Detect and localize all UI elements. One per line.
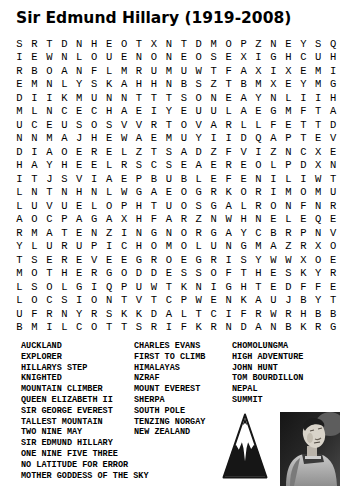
grid-cell-r9c5[interactable]: E	[72, 145, 87, 159]
grid-cell-r2c21[interactable]: U	[311, 51, 326, 65]
grid-cell-r11c22[interactable]: T	[326, 172, 341, 186]
grid-cell-r11c8[interactable]: E	[117, 172, 132, 186]
grid-cell-r14c12[interactable]: R	[176, 213, 191, 227]
grid-cell-r6c1[interactable]: M	[12, 105, 27, 119]
grid-cell-r1c15[interactable]: O	[221, 37, 236, 51]
grid-cell-r4c14[interactable]: Z	[206, 78, 221, 92]
grid-cell-r7c3[interactable]: E	[42, 118, 57, 132]
grid-cell-r18c5[interactable]: E	[72, 267, 87, 281]
grid-cell-r12c21[interactable]: M	[311, 186, 326, 200]
grid-cell-r13c4[interactable]: U	[57, 199, 72, 213]
grid-cell-r6c14[interactable]: U	[206, 105, 221, 119]
grid-cell-r5c18[interactable]: N	[266, 91, 281, 105]
grid-cell-r2c18[interactable]: G	[266, 51, 281, 65]
grid-cell-r13c8[interactable]: P	[117, 199, 132, 213]
grid-cell-r5c5[interactable]: M	[72, 91, 87, 105]
grid-cell-r20c3[interactable]: C	[42, 294, 57, 308]
grid-cell-r16c21[interactable]: X	[311, 240, 326, 254]
grid-cell-r7c12[interactable]: O	[176, 118, 191, 132]
grid-cell-r3c19[interactable]: X	[281, 64, 296, 78]
grid-cell-r6c2[interactable]: L	[27, 105, 42, 119]
grid-cell-r17c7[interactable]: E	[102, 253, 117, 267]
grid-cell-r15c14[interactable]: G	[206, 226, 221, 240]
grid-cell-r1c16[interactable]: P	[236, 37, 251, 51]
grid-cell-r11c9[interactable]: P	[132, 172, 147, 186]
grid-cell-r18c10[interactable]: D	[146, 267, 161, 281]
grid-cell-r21c13[interactable]: T	[191, 307, 206, 321]
grid-cell-r9c1[interactable]: D	[12, 145, 27, 159]
grid-cell-r22c7[interactable]: T	[102, 321, 117, 335]
grid-cell-r15c21[interactable]: N	[311, 226, 326, 240]
grid-cell-r15c4[interactable]: T	[57, 226, 72, 240]
grid-cell-r18c6[interactable]: R	[87, 267, 102, 281]
grid-cell-r21c19[interactable]: R	[281, 307, 296, 321]
grid-cell-r15c22[interactable]: V	[326, 226, 341, 240]
grid-cell-r12c18[interactable]: I	[266, 186, 281, 200]
grid-cell-r22c14[interactable]: R	[206, 321, 221, 335]
grid-cell-r14c1[interactable]: A	[12, 213, 27, 227]
grid-cell-r8c7[interactable]: E	[102, 132, 117, 146]
grid-cell-r19c2[interactable]: S	[27, 280, 42, 294]
grid-cell-r20c1[interactable]: L	[12, 294, 27, 308]
grid-cell-r13c13[interactable]: S	[191, 199, 206, 213]
grid-cell-r10c11[interactable]: S	[161, 159, 176, 173]
grid-cell-r8c10[interactable]: E	[146, 132, 161, 146]
grid-cell-r5c1[interactable]: D	[12, 91, 27, 105]
grid-cell-r18c4[interactable]: H	[57, 267, 72, 281]
grid-cell-r1c8[interactable]: O	[117, 37, 132, 51]
grid-cell-r8c22[interactable]: V	[326, 132, 341, 146]
grid-cell-r22c15[interactable]: N	[221, 321, 236, 335]
grid-cell-r2c4[interactable]: N	[57, 51, 72, 65]
grid-cell-r4c2[interactable]: M	[27, 78, 42, 92]
grid-cell-r4c22[interactable]: G	[326, 78, 341, 92]
grid-cell-r3c4[interactable]: A	[57, 64, 72, 78]
grid-cell-r7c11[interactable]: T	[161, 118, 176, 132]
grid-cell-r10c17[interactable]: O	[251, 159, 266, 173]
grid-cell-r9c20[interactable]: C	[296, 145, 311, 159]
grid-cell-r3c20[interactable]: E	[296, 64, 311, 78]
grid-cell-r13c1[interactable]: L	[12, 199, 27, 213]
grid-cell-r17c15[interactable]: I	[221, 253, 236, 267]
grid-cell-r15c18[interactable]: B	[266, 226, 281, 240]
grid-cell-r8c13[interactable]: Y	[191, 132, 206, 146]
grid-cell-r6c19[interactable]: M	[281, 105, 296, 119]
grid-cell-r10c21[interactable]: X	[311, 159, 326, 173]
grid-cell-r10c3[interactable]: Y	[42, 159, 57, 173]
grid-cell-r2c5[interactable]: L	[72, 51, 87, 65]
grid-cell-r4c21[interactable]: M	[311, 78, 326, 92]
grid-cell-r10c14[interactable]: E	[206, 159, 221, 173]
grid-cell-r8c19[interactable]: P	[281, 132, 296, 146]
grid-cell-r10c15[interactable]: R	[221, 159, 236, 173]
grid-cell-r17c22[interactable]: E	[326, 253, 341, 267]
grid-cell-r15c10[interactable]: G	[146, 226, 161, 240]
grid-cell-r4c3[interactable]: N	[42, 78, 57, 92]
grid-cell-r3c18[interactable]: I	[266, 64, 281, 78]
grid-cell-r6c8[interactable]: A	[117, 105, 132, 119]
grid-cell-r3c13[interactable]: W	[191, 64, 206, 78]
grid-cell-r16c13[interactable]: L	[191, 240, 206, 254]
grid-cell-r17c5[interactable]: E	[72, 253, 87, 267]
grid-cell-r8c9[interactable]: A	[132, 132, 147, 146]
grid-cell-r18c18[interactable]: E	[266, 267, 281, 281]
grid-cell-r2c3[interactable]: W	[42, 51, 57, 65]
grid-cell-r5c20[interactable]: I	[296, 91, 311, 105]
grid-cell-r1c22[interactable]: Q	[326, 37, 341, 51]
grid-cell-r7c21[interactable]: T	[311, 118, 326, 132]
grid-cell-r11c13[interactable]: L	[191, 172, 206, 186]
grid-cell-r12c14[interactable]: R	[206, 186, 221, 200]
grid-cell-r4c19[interactable]: E	[281, 78, 296, 92]
grid-cell-r7c14[interactable]: A	[206, 118, 221, 132]
grid-cell-r2c10[interactable]: O	[146, 51, 161, 65]
grid-cell-r22c21[interactable]: R	[311, 321, 326, 335]
grid-cell-r13c12[interactable]: O	[176, 199, 191, 213]
grid-cell-r15c13[interactable]: R	[191, 226, 206, 240]
grid-cell-r17c8[interactable]: E	[117, 253, 132, 267]
grid-cell-r18c15[interactable]: F	[221, 267, 236, 281]
grid-cell-r7c6[interactable]: O	[87, 118, 102, 132]
grid-cell-r1c5[interactable]: N	[72, 37, 87, 51]
grid-cell-r22c9[interactable]: S	[132, 321, 147, 335]
grid-cell-r16c2[interactable]: L	[27, 240, 42, 254]
grid-cell-r5c14[interactable]: N	[206, 91, 221, 105]
grid-cell-r2c15[interactable]: E	[221, 51, 236, 65]
grid-cell-r20c22[interactable]: T	[326, 294, 341, 308]
grid-cell-r19c11[interactable]: T	[161, 280, 176, 294]
grid-cell-r18c7[interactable]: G	[102, 267, 117, 281]
grid-cell-r9c19[interactable]: N	[281, 145, 296, 159]
grid-cell-r17c3[interactable]: E	[42, 253, 57, 267]
grid-cell-r11c14[interactable]: E	[206, 172, 221, 186]
grid-cell-r19c8[interactable]: P	[117, 280, 132, 294]
grid-cell-r1c2[interactable]: R	[27, 37, 42, 51]
grid-cell-r19c19[interactable]: D	[281, 280, 296, 294]
grid-cell-r3c8[interactable]: M	[117, 64, 132, 78]
grid-cell-r11c1[interactable]: I	[12, 172, 27, 186]
grid-cell-r16c12[interactable]: O	[176, 240, 191, 254]
grid-cell-r5c3[interactable]: I	[42, 91, 57, 105]
grid-cell-r20c14[interactable]: E	[206, 294, 221, 308]
grid-cell-r17c12[interactable]: E	[176, 253, 191, 267]
grid-cell-r13c19[interactable]: N	[281, 199, 296, 213]
grid-cell-r18c1[interactable]: M	[12, 267, 27, 281]
grid-cell-r15c5[interactable]: E	[72, 226, 87, 240]
grid-cell-r13c14[interactable]: G	[206, 199, 221, 213]
grid-cell-r12c13[interactable]: G	[191, 186, 206, 200]
grid-cell-r22c10[interactable]: R	[146, 321, 161, 335]
grid-cell-r22c22[interactable]: G	[326, 321, 341, 335]
grid-cell-r6c13[interactable]: U	[191, 105, 206, 119]
grid-cell-r21c6[interactable]: R	[87, 307, 102, 321]
grid-cell-r13c3[interactable]: V	[42, 199, 57, 213]
grid-cell-r16c11[interactable]: M	[161, 240, 176, 254]
grid-cell-r20c13[interactable]: W	[191, 294, 206, 308]
grid-cell-r3c6[interactable]: F	[87, 64, 102, 78]
grid-cell-r14c13[interactable]: Z	[191, 213, 206, 227]
grid-cell-r10c9[interactable]: S	[132, 159, 147, 173]
grid-cell-r15c11[interactable]: N	[161, 226, 176, 240]
grid-cell-r16c3[interactable]: U	[42, 240, 57, 254]
grid-cell-r18c14[interactable]: O	[206, 267, 221, 281]
grid-cell-r4c10[interactable]: H	[146, 78, 161, 92]
grid-cell-r10c22[interactable]: N	[326, 159, 341, 173]
grid-cell-r3c16[interactable]: A	[236, 64, 251, 78]
grid-cell-r19c14[interactable]: I	[206, 280, 221, 294]
grid-cell-r17c18[interactable]: W	[266, 253, 281, 267]
grid-cell-r7c7[interactable]: S	[102, 118, 117, 132]
grid-cell-r16c9[interactable]: H	[132, 240, 147, 254]
grid-cell-r11c21[interactable]: W	[311, 172, 326, 186]
grid-cell-r6c7[interactable]: H	[102, 105, 117, 119]
grid-cell-r2c16[interactable]: X	[236, 51, 251, 65]
grid-cell-r1c1[interactable]: S	[12, 37, 27, 51]
grid-cell-r17c1[interactable]: T	[12, 253, 27, 267]
grid-cell-r16c6[interactable]: P	[87, 240, 102, 254]
grid-cell-r7c22[interactable]: D	[326, 118, 341, 132]
grid-cell-r21c18[interactable]: W	[266, 307, 281, 321]
grid-cell-r16c5[interactable]: U	[72, 240, 87, 254]
grid-cell-r11c6[interactable]: I	[87, 172, 102, 186]
grid-cell-r20c10[interactable]: T	[146, 294, 161, 308]
grid-cell-r7c13[interactable]: V	[191, 118, 206, 132]
grid-cell-r17c17[interactable]: Y	[251, 253, 266, 267]
grid-cell-r2c12[interactable]: E	[176, 51, 191, 65]
grid-cell-r6c20[interactable]: F	[296, 105, 311, 119]
grid-cell-r22c1[interactable]: B	[12, 321, 27, 335]
grid-cell-r12c22[interactable]: U	[326, 186, 341, 200]
grid-cell-r18c12[interactable]: S	[176, 267, 191, 281]
grid-cell-r21c20[interactable]: H	[296, 307, 311, 321]
grid-cell-r3c12[interactable]: U	[176, 64, 191, 78]
grid-cell-r14c9[interactable]: H	[132, 213, 147, 227]
grid-cell-r2c11[interactable]: N	[161, 51, 176, 65]
grid-cell-r10c19[interactable]: P	[281, 159, 296, 173]
grid-cell-r21c17[interactable]: R	[251, 307, 266, 321]
grid-cell-r6c4[interactable]: C	[57, 105, 72, 119]
grid-cell-r7c5[interactable]: S	[72, 118, 87, 132]
grid-cell-r4c18[interactable]: X	[266, 78, 281, 92]
grid-cell-r21c7[interactable]: S	[102, 307, 117, 321]
grid-cell-r13c17[interactable]: R	[251, 199, 266, 213]
grid-cell-r19c4[interactable]: L	[57, 280, 72, 294]
grid-cell-r16c10[interactable]: O	[146, 240, 161, 254]
grid-cell-r14c14[interactable]: N	[206, 213, 221, 227]
grid-cell-r3c22[interactable]: I	[326, 64, 341, 78]
grid-cell-r21c4[interactable]: N	[57, 307, 72, 321]
grid-cell-r13c15[interactable]: A	[221, 199, 236, 213]
grid-cell-r14c17[interactable]: N	[251, 213, 266, 227]
grid-cell-r9c17[interactable]: I	[251, 145, 266, 159]
grid-cell-r14c16[interactable]: H	[236, 213, 251, 227]
grid-cell-r4c6[interactable]: S	[87, 78, 102, 92]
grid-cell-r1c20[interactable]: Y	[296, 37, 311, 51]
grid-cell-r10c13[interactable]: A	[191, 159, 206, 173]
grid-cell-r11c20[interactable]: I	[296, 172, 311, 186]
grid-cell-r2c6[interactable]: O	[87, 51, 102, 65]
grid-cell-r16c4[interactable]: R	[57, 240, 72, 254]
grid-cell-r6c22[interactable]: A	[326, 105, 341, 119]
grid-cell-r9c13[interactable]: D	[191, 145, 206, 159]
grid-cell-r8c20[interactable]: T	[296, 132, 311, 146]
grid-cell-r11c19[interactable]: L	[281, 172, 296, 186]
grid-cell-r12c7[interactable]: L	[102, 186, 117, 200]
grid-cell-r19c1[interactable]: L	[12, 280, 27, 294]
grid-cell-r17c11[interactable]: O	[161, 253, 176, 267]
grid-cell-r1c6[interactable]: H	[87, 37, 102, 51]
grid-cell-r12c11[interactable]: E	[161, 186, 176, 200]
grid-cell-r10c12[interactable]: E	[176, 159, 191, 173]
grid-cell-r13c6[interactable]: L	[87, 199, 102, 213]
grid-cell-r14c5[interactable]: A	[72, 213, 87, 227]
grid-cell-r13c22[interactable]: R	[326, 199, 341, 213]
grid-cell-r20c8[interactable]: T	[117, 294, 132, 308]
grid-cell-r9c8[interactable]: L	[117, 145, 132, 159]
grid-cell-r4c9[interactable]: H	[132, 78, 147, 92]
grid-cell-r21c11[interactable]: A	[161, 307, 176, 321]
grid-cell-r11c5[interactable]: V	[72, 172, 87, 186]
grid-cell-r9c11[interactable]: S	[161, 145, 176, 159]
grid-cell-r21c15[interactable]: I	[221, 307, 236, 321]
grid-cell-r21c14[interactable]: C	[206, 307, 221, 321]
grid-cell-r12c8[interactable]: W	[117, 186, 132, 200]
grid-cell-r16c1[interactable]: Y	[12, 240, 27, 254]
grid-cell-r13c16[interactable]: L	[236, 199, 251, 213]
grid-cell-r7c10[interactable]: R	[146, 118, 161, 132]
grid-cell-r1c7[interactable]: E	[102, 37, 117, 51]
grid-cell-r1c21[interactable]: S	[311, 37, 326, 51]
grid-cell-r14c4[interactable]: P	[57, 213, 72, 227]
grid-cell-r19c5[interactable]: G	[72, 280, 87, 294]
grid-cell-r17c10[interactable]: R	[146, 253, 161, 267]
grid-cell-r17c4[interactable]: R	[57, 253, 72, 267]
grid-cell-r15c19[interactable]: R	[281, 226, 296, 240]
grid-cell-r15c3[interactable]: A	[42, 226, 57, 240]
grid-cell-r19c12[interactable]: K	[176, 280, 191, 294]
grid-cell-r8c21[interactable]: E	[311, 132, 326, 146]
grid-cell-r21c10[interactable]: D	[146, 307, 161, 321]
grid-cell-r11c15[interactable]: F	[221, 172, 236, 186]
grid-cell-r20c18[interactable]: U	[266, 294, 281, 308]
grid-cell-r18c16[interactable]: T	[236, 267, 251, 281]
grid-cell-r16c18[interactable]: A	[266, 240, 281, 254]
grid-cell-r16c20[interactable]: R	[296, 240, 311, 254]
grid-cell-r21c16[interactable]: F	[236, 307, 251, 321]
grid-cell-r5c15[interactable]: E	[221, 91, 236, 105]
grid-cell-r20c21[interactable]: Y	[311, 294, 326, 308]
grid-cell-r12c15[interactable]: K	[221, 186, 236, 200]
grid-cell-r5c13[interactable]: O	[191, 91, 206, 105]
grid-cell-r22c20[interactable]: K	[296, 321, 311, 335]
grid-cell-r11c17[interactable]: N	[251, 172, 266, 186]
grid-cell-r21c22[interactable]: B	[326, 307, 341, 321]
grid-cell-r22c18[interactable]: N	[266, 321, 281, 335]
grid-cell-r22c16[interactable]: D	[236, 321, 251, 335]
grid-cell-r11c12[interactable]: B	[176, 172, 191, 186]
grid-cell-r16c14[interactable]: U	[206, 240, 221, 254]
grid-cell-r12c5[interactable]: H	[72, 186, 87, 200]
grid-cell-r7c18[interactable]: F	[266, 118, 281, 132]
grid-cell-r9c22[interactable]: E	[326, 145, 341, 159]
grid-cell-r1c9[interactable]: T	[132, 37, 147, 51]
grid-cell-r22c5[interactable]: C	[72, 321, 87, 335]
grid-cell-r5c11[interactable]: T	[161, 91, 176, 105]
grid-cell-r20c5[interactable]: I	[72, 294, 87, 308]
grid-cell-r3c2[interactable]: B	[27, 64, 42, 78]
grid-cell-r14c15[interactable]: W	[221, 213, 236, 227]
grid-cell-r20c4[interactable]: S	[57, 294, 72, 308]
grid-cell-r8c5[interactable]: J	[72, 132, 87, 146]
grid-cell-r8c16[interactable]: D	[236, 132, 251, 146]
grid-cell-r22c4[interactable]: L	[57, 321, 72, 335]
grid-cell-r21c5[interactable]: Y	[72, 307, 87, 321]
grid-cell-r21c12[interactable]: L	[176, 307, 191, 321]
grid-cell-r9c21[interactable]: X	[311, 145, 326, 159]
grid-cell-r4c16[interactable]: B	[236, 78, 251, 92]
grid-cell-r13c7[interactable]: O	[102, 199, 117, 213]
grid-cell-r20c17[interactable]: A	[251, 294, 266, 308]
grid-cell-r6c6[interactable]: C	[87, 105, 102, 119]
grid-cell-r15c20[interactable]: P	[296, 226, 311, 240]
grid-cell-r3c7[interactable]: L	[102, 64, 117, 78]
grid-cell-r18c20[interactable]: K	[296, 267, 311, 281]
grid-cell-r5c12[interactable]: S	[176, 91, 191, 105]
grid-cell-r22c11[interactable]: I	[161, 321, 176, 335]
grid-cell-r8c14[interactable]: I	[206, 132, 221, 146]
grid-cell-r21c1[interactable]: U	[12, 307, 27, 321]
grid-cell-r14c6[interactable]: G	[87, 213, 102, 227]
grid-cell-r9c14[interactable]: Z	[206, 145, 221, 159]
grid-cell-r9c2[interactable]: I	[27, 145, 42, 159]
grid-cell-r14c19[interactable]: L	[281, 213, 296, 227]
grid-cell-r5c6[interactable]: U	[87, 91, 102, 105]
grid-cell-r10c1[interactable]: H	[12, 159, 27, 173]
grid-cell-r1c11[interactable]: N	[161, 37, 176, 51]
grid-cell-r12c12[interactable]: O	[176, 186, 191, 200]
grid-cell-r9c12[interactable]: A	[176, 145, 191, 159]
grid-cell-r2c1[interactable]: I	[12, 51, 27, 65]
grid-cell-r19c13[interactable]: N	[191, 280, 206, 294]
grid-cell-r3c5[interactable]: N	[72, 64, 87, 78]
grid-cell-r2c20[interactable]: C	[296, 51, 311, 65]
grid-cell-r16c8[interactable]: C	[117, 240, 132, 254]
grid-cell-r4c4[interactable]: L	[57, 78, 72, 92]
grid-cell-r17c19[interactable]: W	[281, 253, 296, 267]
grid-cell-r19c16[interactable]: H	[236, 280, 251, 294]
grid-cell-r17c14[interactable]: R	[206, 253, 221, 267]
grid-cell-r4c1[interactable]: E	[12, 78, 27, 92]
grid-cell-r16c15[interactable]: N	[221, 240, 236, 254]
grid-cell-r6c18[interactable]: G	[266, 105, 281, 119]
grid-cell-r1c18[interactable]: N	[266, 37, 281, 51]
grid-cell-r20c7[interactable]: N	[102, 294, 117, 308]
grid-cell-r19c20[interactable]: F	[296, 280, 311, 294]
grid-cell-r5c10[interactable]: T	[146, 91, 161, 105]
grid-cell-r3c9[interactable]: R	[132, 64, 147, 78]
grid-cell-r10c10[interactable]: C	[146, 159, 161, 173]
grid-cell-r4c11[interactable]: N	[161, 78, 176, 92]
grid-cell-r21c2[interactable]: F	[27, 307, 42, 321]
grid-cell-r10c7[interactable]: L	[102, 159, 117, 173]
grid-cell-r22c17[interactable]: A	[251, 321, 266, 335]
grid-cell-r19c15[interactable]: G	[221, 280, 236, 294]
grid-cell-r19c9[interactable]: U	[132, 280, 147, 294]
grid-cell-r4c17[interactable]: M	[251, 78, 266, 92]
grid-cell-r15c1[interactable]: R	[12, 226, 27, 240]
grid-cell-r18c19[interactable]: S	[281, 267, 296, 281]
grid-cell-r10c20[interactable]: D	[296, 159, 311, 173]
